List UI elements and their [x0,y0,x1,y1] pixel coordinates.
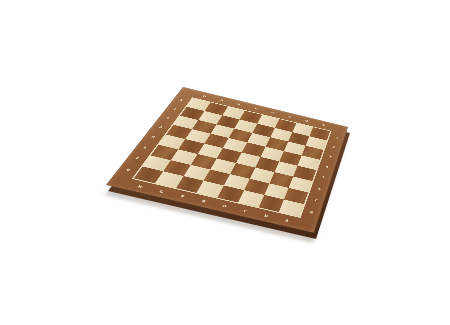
product-photo-stage: HGFEDCBA HGFEDCBA 12345678 12345678 [0,0,450,325]
